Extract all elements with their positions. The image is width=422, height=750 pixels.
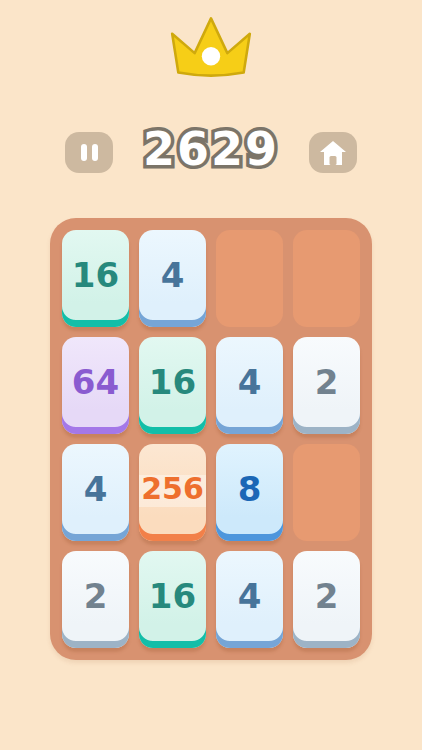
tile-256: 256	[139, 444, 206, 541]
pause-button[interactable]	[65, 132, 113, 173]
tile-2: 2	[293, 551, 360, 648]
tile-2: 2	[62, 551, 129, 648]
score-display: 2629 2629	[0, 121, 422, 177]
empty-cell	[293, 230, 360, 327]
tile-4: 4	[62, 444, 129, 541]
board[interactable]: 1646416424256821642	[50, 218, 372, 660]
crown-icon	[164, 14, 258, 78]
tile-16: 16	[139, 337, 206, 434]
tile-4: 4	[139, 230, 206, 327]
home-button[interactable]	[309, 132, 357, 173]
tile-64: 64	[62, 337, 129, 434]
pause-icon	[81, 144, 98, 161]
tile-4: 4	[216, 337, 283, 434]
tile-4: 4	[216, 551, 283, 648]
tile-2: 2	[293, 337, 360, 434]
tile-16: 16	[139, 551, 206, 648]
game-screen: 2629 2629 1646416424256821642	[0, 0, 422, 750]
empty-cell	[216, 230, 283, 327]
home-icon	[317, 138, 349, 168]
score-value: 2629	[0, 121, 422, 177]
tile-8: 8	[216, 444, 283, 541]
empty-cell	[293, 444, 360, 541]
score-outline-text: 2629	[0, 121, 422, 177]
tile-16: 16	[62, 230, 129, 327]
